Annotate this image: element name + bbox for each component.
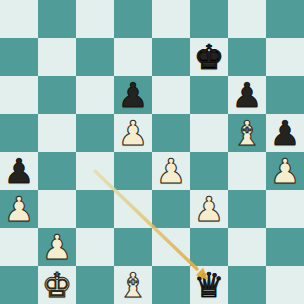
- square-h4[interactable]: ♟: [266, 152, 304, 190]
- square-e1[interactable]: [152, 266, 190, 304]
- square-f7[interactable]: ♚: [190, 38, 228, 76]
- square-e2[interactable]: [152, 228, 190, 266]
- black-pawn-a4[interactable]: ♟: [0, 152, 38, 190]
- square-g8[interactable]: [228, 0, 266, 38]
- square-h2[interactable]: [266, 228, 304, 266]
- square-d7[interactable]: [114, 38, 152, 76]
- square-a7[interactable]: [0, 38, 38, 76]
- square-f4[interactable]: [190, 152, 228, 190]
- square-g6[interactable]: ♟: [228, 76, 266, 114]
- square-g4[interactable]: [228, 152, 266, 190]
- square-c6[interactable]: [76, 76, 114, 114]
- white-pawn-d5[interactable]: ♟: [114, 114, 152, 152]
- square-b3[interactable]: [38, 190, 76, 228]
- square-b5[interactable]: [38, 114, 76, 152]
- square-a4[interactable]: ♟: [0, 152, 38, 190]
- square-c1[interactable]: [76, 266, 114, 304]
- white-pawn-f3[interactable]: ♟: [190, 190, 228, 228]
- square-b7[interactable]: [38, 38, 76, 76]
- square-c2[interactable]: [76, 228, 114, 266]
- square-d2[interactable]: [114, 228, 152, 266]
- square-c7[interactable]: [76, 38, 114, 76]
- square-e4[interactable]: ♟: [152, 152, 190, 190]
- square-f6[interactable]: [190, 76, 228, 114]
- square-g7[interactable]: [228, 38, 266, 76]
- white-pawn-a3[interactable]: ♟: [0, 190, 38, 228]
- black-king-f7[interactable]: ♚: [190, 38, 228, 76]
- white-king-b1[interactable]: ♚: [38, 266, 76, 304]
- square-e8[interactable]: [152, 0, 190, 38]
- square-b2[interactable]: ♟: [38, 228, 76, 266]
- square-c3[interactable]: [76, 190, 114, 228]
- square-d1[interactable]: ♝: [114, 266, 152, 304]
- square-f3[interactable]: ♟: [190, 190, 228, 228]
- square-e6[interactable]: [152, 76, 190, 114]
- black-queen-f1[interactable]: ♛: [190, 266, 228, 304]
- square-g2[interactable]: [228, 228, 266, 266]
- square-b4[interactable]: [38, 152, 76, 190]
- square-h7[interactable]: [266, 38, 304, 76]
- square-g5[interactable]: ♝: [228, 114, 266, 152]
- square-a1[interactable]: [0, 266, 38, 304]
- square-b8[interactable]: [38, 0, 76, 38]
- square-b1[interactable]: ♚: [38, 266, 76, 304]
- black-pawn-g6[interactable]: ♟: [228, 76, 266, 114]
- chess-board: ♚♟♟♟♝♟♟♟♟♟♟♟♚♝♛: [0, 0, 304, 304]
- square-g3[interactable]: [228, 190, 266, 228]
- square-h8[interactable]: [266, 0, 304, 38]
- square-c4[interactable]: [76, 152, 114, 190]
- square-a6[interactable]: [0, 76, 38, 114]
- square-c8[interactable]: [76, 0, 114, 38]
- black-pawn-h5[interactable]: ♟: [266, 114, 304, 152]
- square-b6[interactable]: [38, 76, 76, 114]
- square-f8[interactable]: [190, 0, 228, 38]
- square-a2[interactable]: [0, 228, 38, 266]
- square-h3[interactable]: [266, 190, 304, 228]
- square-d4[interactable]: [114, 152, 152, 190]
- black-pawn-d6[interactable]: ♟: [114, 76, 152, 114]
- square-d3[interactable]: [114, 190, 152, 228]
- white-bishop-g5[interactable]: ♝: [228, 114, 266, 152]
- square-h1[interactable]: [266, 266, 304, 304]
- square-d6[interactable]: ♟: [114, 76, 152, 114]
- square-g1[interactable]: [228, 266, 266, 304]
- square-a5[interactable]: [0, 114, 38, 152]
- square-f5[interactable]: [190, 114, 228, 152]
- square-f2[interactable]: [190, 228, 228, 266]
- square-h5[interactable]: ♟: [266, 114, 304, 152]
- square-c5[interactable]: [76, 114, 114, 152]
- square-d8[interactable]: [114, 0, 152, 38]
- white-pawn-b2[interactable]: ♟: [38, 228, 76, 266]
- square-e3[interactable]: [152, 190, 190, 228]
- white-pawn-h4[interactable]: ♟: [266, 152, 304, 190]
- square-h6[interactable]: [266, 76, 304, 114]
- white-bishop-d1[interactable]: ♝: [114, 266, 152, 304]
- square-a3[interactable]: ♟: [0, 190, 38, 228]
- square-e7[interactable]: [152, 38, 190, 76]
- square-f1[interactable]: ♛: [190, 266, 228, 304]
- chess-board-container: ♚♟♟♟♝♟♟♟♟♟♟♟♚♝♛: [0, 0, 304, 304]
- square-e5[interactable]: [152, 114, 190, 152]
- white-pawn-e4[interactable]: ♟: [152, 152, 190, 190]
- square-a8[interactable]: [0, 0, 38, 38]
- square-d5[interactable]: ♟: [114, 114, 152, 152]
